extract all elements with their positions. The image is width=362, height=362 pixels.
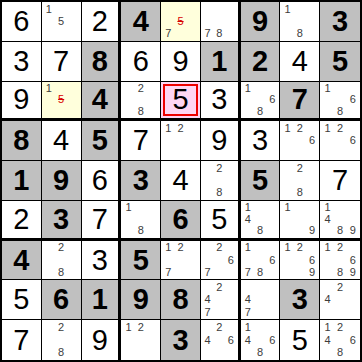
empty-pencil-slot (346, 346, 359, 359)
pencil-marks: 28 (202, 162, 237, 199)
empty-pencil-slot (43, 254, 55, 266)
empty-pencil-slot (254, 321, 266, 334)
cell-r8c9[interactable]: 24 (320, 280, 360, 320)
solved-digit: 9 (92, 326, 108, 355)
empty-pencil-slot (147, 346, 159, 359)
empty-pencil-slot (281, 187, 293, 199)
cell-r5c3[interactable]: 6 (82, 161, 122, 201)
cell-r3c6[interactable]: 3 (201, 82, 241, 122)
empty-pencil-slot (162, 15, 174, 27)
cell-r4c2[interactable]: 4 (42, 121, 82, 161)
solved-digit: 7 (133, 126, 149, 155)
candidate-digit: 1 (162, 242, 174, 254)
cell-r1c8[interactable]: 18 (280, 2, 320, 42)
empty-pencil-slot (321, 135, 334, 147)
candidate-digit: 8 (294, 28, 306, 40)
candidate-digit: 2 (294, 242, 306, 254)
given-digit: 9 (252, 7, 268, 36)
cell-r9c3[interactable]: 9 (82, 320, 122, 360)
empty-pencil-slot (346, 213, 359, 225)
empty-pencil-slot (294, 202, 306, 214)
empty-pencil-slot (122, 106, 134, 118)
candidate-digit: 4 (202, 334, 214, 347)
empty-pencil-slot (266, 83, 278, 95)
empty-pencil-slot (266, 225, 278, 237)
candidate-digit: 8 (213, 187, 225, 199)
candidate-digit: 2 (213, 321, 225, 334)
given-digit: 4 (133, 7, 149, 36)
candidate-digit: 1 (242, 242, 254, 254)
empty-pencil-slot (334, 254, 347, 266)
empty-pencil-slot (187, 242, 199, 254)
cell-r8c3[interactable]: 1 (82, 280, 122, 320)
given-digit: 8 (172, 285, 188, 314)
cell-r5c1[interactable]: 1 (2, 161, 42, 201)
pencil-marks: 246 (202, 321, 237, 359)
cell-r5c5[interactable]: 4 (161, 161, 201, 201)
empty-pencil-slot (135, 202, 147, 214)
cell-r1c2[interactable]: 15 (42, 2, 82, 42)
candidate-digit: 7 (162, 266, 174, 278)
empty-pencil-slot (225, 28, 237, 40)
empty-pencil-slot (67, 334, 79, 347)
given-digit: 7 (292, 85, 308, 114)
empty-pencil-slot (122, 94, 134, 106)
cell-r9c2[interactable]: 28 (42, 320, 82, 360)
empty-pencil-slot (321, 306, 334, 318)
empty-pencil-slot (294, 3, 306, 15)
candidate-digit: 2 (334, 122, 347, 134)
cell-r2c1[interactable]: 3 (2, 42, 42, 82)
cell-r2c7[interactable]: 2 (241, 42, 281, 82)
empty-pencil-slot (334, 147, 347, 159)
cell-r5c2[interactable]: 9 (42, 161, 82, 201)
solved-digit: 2 (13, 205, 29, 234)
solved-digit: 3 (13, 47, 29, 76)
candidate-digit: 7 (242, 266, 254, 278)
candidate-digit: 2 (135, 321, 147, 334)
candidate-digit: 2 (213, 281, 225, 293)
pencil-marks: 1678 (242, 242, 279, 279)
given-digit: 3 (292, 285, 308, 314)
empty-pencil-slot (334, 135, 347, 147)
solved-digit: 4 (292, 47, 308, 76)
empty-pencil-slot (334, 94, 347, 106)
candidate-digit: 8 (254, 266, 266, 278)
given-digit: 3 (133, 166, 149, 195)
cell-r3c2[interactable]: 15 (42, 82, 82, 122)
cell-r6c8[interactable]: 19 (280, 201, 320, 241)
given-digit: 1 (211, 47, 227, 76)
solved-digit: 4 (172, 166, 188, 195)
empty-pencil-slot (306, 15, 318, 27)
cell-r6c3[interactable]: 7 (82, 201, 122, 241)
cell-r9c1[interactable]: 7 (2, 320, 42, 360)
empty-pencil-slot (135, 334, 147, 347)
empty-pencil-slot (321, 281, 334, 293)
solved-digit: 9 (172, 47, 188, 76)
cell-r6c5[interactable]: 6 (161, 201, 201, 241)
cell-r7c6[interactable]: 267 (201, 241, 241, 281)
candidate-digit: 2 (294, 162, 306, 174)
cell-r8c2[interactable]: 6 (42, 280, 82, 320)
cell-r3c5[interactable]: 5 (161, 82, 201, 122)
candidate-digit: 2 (55, 242, 67, 254)
empty-pencil-slot (306, 202, 318, 214)
cell-r8c6[interactable]: 247 (201, 280, 241, 320)
given-digit: 2 (252, 47, 268, 76)
solved-digit: 4 (53, 126, 69, 155)
empty-pencil-slot (67, 106, 79, 118)
cell-r6c9[interactable]: 1489 (320, 201, 360, 241)
empty-pencil-slot (225, 321, 237, 334)
given-digit: 5 (133, 246, 149, 275)
empty-pencil-slot (43, 94, 55, 106)
given-digit: 6 (53, 285, 69, 314)
empty-pencil-slot (202, 15, 214, 27)
empty-pencil-slot (254, 94, 266, 106)
empty-pencil-slot (135, 346, 147, 359)
cell-r1c6[interactable]: 78 (201, 2, 241, 42)
empty-pencil-slot (294, 15, 306, 27)
pencil-marks: 127 (162, 242, 199, 279)
empty-pencil-slot (334, 83, 347, 95)
cell-r7c2[interactable]: 28 (42, 241, 82, 281)
cell-r5c9[interactable]: 7 (320, 161, 360, 201)
empty-pencil-slot (225, 281, 237, 293)
given-digit: 3 (172, 326, 188, 355)
empty-pencil-slot (67, 242, 79, 254)
candidate-digit: 4 (321, 213, 334, 225)
cell-r3c8[interactable]: 7 (280, 82, 320, 122)
cell-r4c4[interactable]: 7 (121, 121, 161, 161)
cell-r8c8[interactable]: 3 (280, 280, 320, 320)
candidate-digit: 5 (55, 15, 67, 27)
empty-pencil-slot (55, 334, 67, 347)
cell-r5c6[interactable]: 28 (201, 161, 241, 201)
empty-pencil-slot (202, 174, 214, 186)
empty-pencil-slot (67, 3, 79, 15)
empty-pencil-slot (281, 213, 293, 225)
candidate-digit: 4 (321, 294, 334, 306)
pencil-marks: 28 (281, 162, 318, 199)
empty-pencil-slot (147, 83, 159, 95)
cell-r2c8[interactable]: 4 (280, 42, 320, 82)
cell-r3c9[interactable]: 168 (320, 82, 360, 122)
empty-pencil-slot (346, 106, 359, 118)
candidate-digit: 1 (242, 321, 254, 334)
empty-pencil-slot (266, 294, 278, 306)
empty-pencil-slot (294, 147, 306, 159)
empty-pencil-slot (346, 321, 359, 334)
pencil-marks: 1269 (281, 242, 318, 279)
pencil-marks: 15 (43, 3, 80, 40)
cell-r8c1[interactable]: 5 (2, 280, 42, 320)
pencil-marks: 78 (202, 3, 237, 40)
empty-pencil-slot (202, 162, 214, 174)
empty-pencil-slot (162, 254, 174, 266)
candidate-digit: 8 (135, 106, 147, 118)
empty-pencil-slot (254, 242, 266, 254)
empty-pencil-slot (43, 321, 55, 334)
cell-r6c6[interactable]: 5 (201, 201, 241, 241)
candidate-digit: 1 (281, 122, 293, 134)
candidate-digit: 6 (346, 334, 359, 347)
solved-digit: 9 (13, 85, 29, 114)
empty-pencil-slot (135, 213, 147, 225)
cell-r9c4[interactable]: 12 (121, 320, 161, 360)
empty-pencil-slot (346, 281, 359, 293)
candidate-digit: 9 (346, 225, 359, 237)
cell-r2c5[interactable]: 9 (161, 42, 201, 82)
pencil-marks: 12689 (321, 242, 359, 279)
empty-pencil-slot (213, 306, 225, 318)
empty-pencil-slot (254, 306, 266, 318)
candidate-digit: 4 (242, 213, 254, 225)
cell-r9c7[interactable]: 1468 (241, 320, 281, 360)
solved-digit: 5 (211, 205, 227, 234)
empty-pencil-slot (67, 28, 79, 40)
cell-r7c7[interactable]: 1678 (241, 241, 281, 281)
cell-r4c1[interactable]: 8 (2, 121, 42, 161)
candidate-digit: 2 (213, 162, 225, 174)
solved-digit: 6 (13, 7, 29, 36)
empty-pencil-slot (321, 147, 334, 159)
candidate-digit: 6 (306, 254, 318, 266)
empty-pencil-slot (294, 213, 306, 225)
empty-pencil-slot (187, 135, 199, 147)
candidate-digit: 6 (266, 334, 278, 347)
pencil-marks: 18 (122, 202, 159, 237)
cell-r4c9[interactable]: 126 (320, 121, 360, 161)
pencil-marks: 12 (122, 321, 159, 359)
candidate-digit: 8 (334, 346, 347, 359)
cell-r2c6[interactable]: 1 (201, 42, 241, 82)
empty-pencil-slot (174, 28, 186, 40)
candidate-digit: 1 (122, 202, 134, 214)
pencil-marks: 126 (321, 122, 359, 159)
cell-r6c2[interactable]: 3 (42, 201, 82, 241)
solved-digit: 7 (92, 205, 108, 234)
empty-pencil-slot (321, 346, 334, 359)
cell-r7c9[interactable]: 12689 (320, 241, 360, 281)
pencil-marks: 15 (43, 83, 80, 118)
solved-digit: 9 (211, 126, 227, 155)
candidate-digit: 9 (306, 225, 318, 237)
empty-pencil-slot (225, 15, 237, 27)
candidate-digit: 6 (346, 254, 359, 266)
empty-pencil-slot (334, 306, 347, 318)
cell-r1c3[interactable]: 2 (82, 2, 122, 42)
empty-pencil-slot (281, 15, 293, 27)
empty-pencil-slot (55, 3, 67, 15)
candidate-digit: 6 (225, 254, 237, 266)
cell-r4c8[interactable]: 126 (280, 121, 320, 161)
eliminated-candidate-digit: 5 (55, 94, 67, 106)
empty-pencil-slot (213, 334, 225, 347)
empty-pencil-slot (122, 225, 134, 237)
cell-r5c4[interactable]: 3 (121, 161, 161, 201)
cell-r1c4[interactable]: 4 (121, 2, 161, 42)
cell-r8c7[interactable]: 47 (241, 280, 281, 320)
cell-r7c4[interactable]: 5 (121, 241, 161, 281)
cell-r3c4[interactable]: 28 (121, 82, 161, 122)
candidate-digit: 2 (334, 281, 347, 293)
empty-pencil-slot (225, 266, 237, 278)
empty-pencil-slot (213, 254, 225, 266)
empty-pencil-slot (266, 281, 278, 293)
cell-r4c6[interactable]: 9 (201, 121, 241, 161)
empty-pencil-slot (281, 266, 293, 278)
cell-r6c1[interactable]: 2 (2, 201, 42, 241)
candidate-digit: 8 (135, 225, 147, 237)
empty-pencil-slot (254, 202, 266, 214)
candidate-digit: 8 (254, 225, 266, 237)
candidate-digit: 2 (135, 83, 147, 95)
empty-pencil-slot (174, 3, 186, 15)
empty-pencil-slot (122, 346, 134, 359)
cell-r2c2[interactable]: 7 (42, 42, 82, 82)
empty-pencil-slot (242, 346, 254, 359)
empty-pencil-slot (281, 162, 293, 174)
candidate-digit: 8 (334, 225, 347, 237)
cell-r7c3[interactable]: 3 (82, 241, 122, 281)
cell-r8c5[interactable]: 8 (161, 280, 201, 320)
candidate-digit: 4 (242, 334, 254, 347)
empty-pencil-slot (346, 306, 359, 318)
empty-pencil-slot (147, 94, 159, 106)
cell-r8c4[interactable]: 9 (121, 280, 161, 320)
cell-r7c8[interactable]: 1269 (280, 241, 320, 281)
empty-pencil-slot (213, 294, 225, 306)
candidate-digit: 1 (242, 202, 254, 214)
candidate-digit: 2 (174, 122, 186, 134)
cell-r6c7[interactable]: 148 (241, 201, 281, 241)
cell-r9c8[interactable]: 5 (280, 320, 320, 360)
empty-pencil-slot (266, 242, 278, 254)
empty-pencil-slot (321, 254, 334, 266)
solved-digit: 5 (13, 285, 29, 314)
empty-pencil-slot (266, 213, 278, 225)
empty-pencil-slot (43, 106, 55, 118)
candidate-digit: 4 (242, 294, 254, 306)
empty-pencil-slot (187, 122, 199, 134)
pencil-marks: 148 (242, 202, 279, 237)
empty-pencil-slot (135, 94, 147, 106)
empty-pencil-slot (187, 28, 199, 40)
empty-pencil-slot (225, 306, 237, 318)
empty-pencil-slot (294, 174, 306, 186)
empty-pencil-slot (225, 162, 237, 174)
candidate-digit: 8 (55, 266, 67, 278)
eliminated-candidate-digit: 5 (174, 15, 186, 27)
empty-pencil-slot (213, 3, 225, 15)
empty-pencil-slot (202, 346, 214, 359)
empty-pencil-slot (225, 3, 237, 15)
cell-r2c3[interactable]: 8 (82, 42, 122, 82)
cell-r5c7[interactable]: 5 (241, 161, 281, 201)
empty-pencil-slot (174, 147, 186, 159)
cell-r1c5[interactable]: 57 (161, 2, 201, 42)
cell-r1c9[interactable]: 3 (320, 2, 360, 42)
candidate-digit: 1 (43, 3, 55, 15)
candidate-digit: 4 (321, 334, 334, 347)
candidate-digit: 1 (321, 202, 334, 214)
empty-pencil-slot (174, 266, 186, 278)
empty-pencil-slot (266, 306, 278, 318)
cell-r9c9[interactable]: 12468 (320, 320, 360, 360)
empty-pencil-slot (321, 225, 334, 237)
cell-r9c5[interactable]: 3 (161, 320, 201, 360)
cell-r1c7[interactable]: 9 (241, 2, 281, 42)
cell-r6c4[interactable]: 18 (121, 201, 161, 241)
given-digit: 1 (92, 285, 108, 314)
empty-pencil-slot (202, 3, 214, 15)
pencil-marks: 47 (242, 281, 279, 318)
cell-r5c8[interactable]: 28 (280, 161, 320, 201)
solved-digit: 6 (92, 166, 108, 195)
candidate-digit: 2 (174, 242, 186, 254)
empty-pencil-slot (55, 254, 67, 266)
empty-pencil-slot (55, 83, 67, 95)
empty-pencil-slot (306, 122, 318, 134)
given-digit: 4 (13, 246, 29, 275)
empty-pencil-slot (294, 266, 306, 278)
cell-r3c1[interactable]: 9 (2, 82, 42, 122)
empty-pencil-slot (202, 242, 214, 254)
cell-r7c5[interactable]: 127 (161, 241, 201, 281)
empty-pencil-slot (346, 294, 359, 306)
empty-pencil-slot (281, 225, 293, 237)
empty-pencil-slot (242, 254, 254, 266)
candidate-digit: 2 (213, 242, 225, 254)
empty-pencil-slot (225, 294, 237, 306)
cell-r9c6[interactable]: 246 (201, 320, 241, 360)
empty-pencil-slot (266, 266, 278, 278)
cell-r2c4[interactable]: 6 (121, 42, 161, 82)
solved-digit: 3 (92, 246, 108, 275)
cell-r4c5[interactable]: 12 (161, 121, 201, 161)
empty-pencil-slot (67, 94, 79, 106)
pencil-marks: 1468 (242, 321, 279, 359)
cell-r3c7[interactable]: 168 (241, 82, 281, 122)
cell-r1c1[interactable]: 6 (2, 2, 42, 42)
cell-r2c9[interactable]: 5 (320, 42, 360, 82)
empty-pencil-slot (67, 346, 79, 359)
empty-pencil-slot (162, 135, 174, 147)
candidate-digit: 1 (162, 122, 174, 134)
cell-r7c1[interactable]: 4 (2, 241, 42, 281)
pencil-marks: 19 (281, 202, 318, 237)
empty-pencil-slot (202, 321, 214, 334)
candidate-digit: 8 (334, 266, 347, 278)
empty-pencil-slot (254, 213, 266, 225)
cell-r4c7[interactable]: 3 (241, 121, 281, 161)
empty-pencil-slot (122, 83, 134, 95)
empty-pencil-slot (306, 213, 318, 225)
empty-pencil-slot (67, 266, 79, 278)
empty-pencil-slot (202, 254, 214, 266)
pencil-marks: 24 (321, 281, 359, 318)
given-digit: 9 (133, 285, 149, 314)
solved-digit: 3 (252, 126, 268, 155)
cell-r4c3[interactable]: 5 (82, 121, 122, 161)
empty-pencil-slot (254, 294, 266, 306)
empty-pencil-slot (187, 266, 199, 278)
empty-pencil-slot (306, 147, 318, 159)
solved-digit: 5 (292, 326, 308, 355)
cell-r3c3[interactable]: 4 (82, 82, 122, 122)
